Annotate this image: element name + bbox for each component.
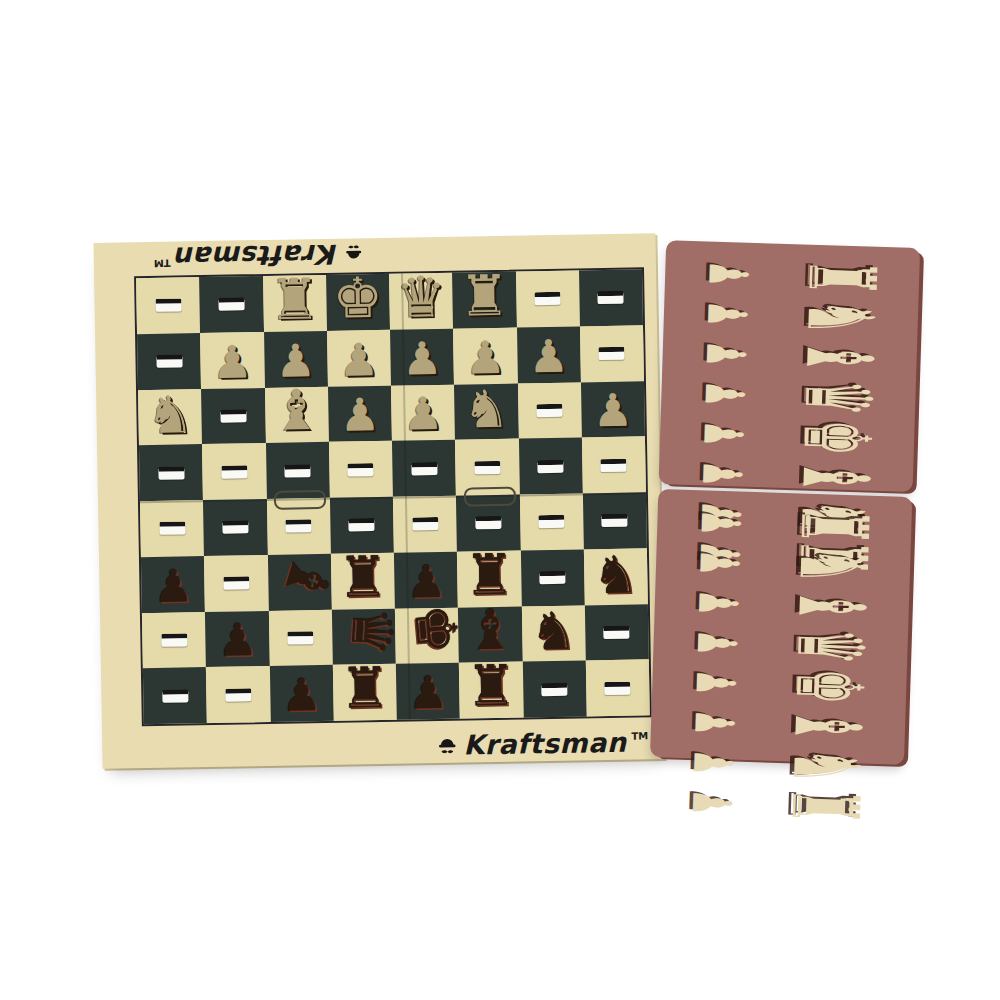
square-g4[interactable] (519, 493, 583, 550)
cutout-rook: ♜ (796, 258, 889, 297)
square-f7[interactable]: ♟ (453, 327, 517, 384)
cutout-pawn: ♟ (694, 460, 749, 489)
cutout-pawn: ♟ (691, 549, 746, 578)
square-g5[interactable] (518, 438, 582, 495)
dark-queen-fallen[interactable]: ♛ (343, 605, 402, 658)
piece-slot (285, 520, 311, 533)
cutout-pawn: ♟ (686, 709, 741, 738)
square-b7[interactable]: ♟ (200, 332, 264, 389)
tray-cell: ♜ (759, 784, 894, 828)
square-d5[interactable] (329, 441, 393, 498)
square-h4[interactable] (583, 492, 647, 549)
square-h2[interactable] (585, 604, 649, 661)
cutout-king: ♚ (791, 418, 884, 457)
chess-board: Kraftsman TM ♜♚♛♜♟♟♟♟♟♟♞♝♟♟♞♟♟♝♜♟♜♞♟♛♚♝♞… (93, 233, 664, 769)
piece-slot (475, 516, 501, 529)
dark-knight[interactable]: ♞ (592, 548, 640, 601)
tray-cell: ♟ (675, 373, 773, 416)
square-d6[interactable]: ♟ (328, 385, 392, 442)
piece-slot (222, 521, 248, 534)
piece-slot (162, 689, 188, 702)
tray-cell: ♟ (676, 333, 774, 376)
tray-cell: ♟ (663, 741, 761, 784)
square-a2[interactable] (142, 612, 206, 669)
square-a6[interactable]: ♞ (138, 389, 202, 446)
board-frame: ♜♚♛♜♟♟♟♟♟♟♞♝♟♟♞♟♟♝♜♟♜♞♟♛♚♝♞♟♜♟♜ (134, 267, 652, 726)
square-e3[interactable]: ♟ (394, 551, 458, 608)
tray-cell: ♟ (667, 621, 765, 664)
tray-cell: ♚ (770, 416, 905, 460)
piece-slot (537, 459, 563, 472)
square-g3[interactable] (520, 549, 584, 606)
square-e6[interactable]: ♟ (391, 384, 455, 441)
square-a8[interactable] (136, 277, 200, 334)
product-photo-scene: Kraftsman TM ♜♚♛♜♟♟♟♟♟♟♞♝♟♟♞♟♟♝♜♟♜♞♟♛♚♝♞… (0, 0, 1000, 1000)
cutout-knight: ♞ (795, 298, 888, 337)
square-f8[interactable]: ♜ (452, 272, 516, 329)
tray-cell: ♟ (672, 452, 770, 495)
tray-cell: ♜ (767, 504, 902, 548)
piece-slot (598, 291, 624, 304)
light-knight[interactable]: ♞ (463, 383, 511, 436)
square-c8[interactable]: ♜ (263, 275, 327, 332)
piece-slot (604, 626, 630, 639)
piece-slot (412, 517, 438, 530)
light-rook[interactable]: ♜ (459, 267, 510, 324)
piece-slot (541, 682, 567, 695)
dark-pawn[interactable]: ♟ (281, 672, 322, 718)
square-c6[interactable]: ♝ (265, 386, 329, 443)
piece-slot (158, 466, 184, 479)
piece-slot (159, 522, 185, 535)
cutout-pawn: ♟ (690, 589, 745, 618)
light-pawn[interactable]: ♟ (338, 336, 379, 382)
light-pawn[interactable]: ♟ (339, 392, 380, 438)
cutout-pawn: ♟ (692, 509, 747, 538)
piece-slot (155, 299, 181, 312)
square-a1[interactable] (143, 667, 207, 724)
dark-bishop[interactable]: ♝ (465, 602, 516, 659)
piece-slot (218, 298, 244, 311)
cutout-bishop: ♝ (790, 458, 883, 497)
piece-slot (156, 355, 182, 368)
piece-slot (221, 465, 247, 478)
bowler-hat-mustache-icon (343, 240, 363, 262)
square-g1[interactable] (522, 661, 586, 718)
square-h1[interactable] (586, 660, 650, 717)
piece-slot (601, 458, 627, 471)
tray-cell: ♞ (766, 544, 901, 588)
square-f6[interactable]: ♞ (454, 383, 518, 440)
piece-slot (348, 463, 374, 476)
square-h5[interactable] (582, 437, 646, 494)
square-d3[interactable]: ♜ (331, 552, 395, 609)
tray-cell: ♟ (668, 581, 766, 624)
cutout-pawn: ♟ (683, 789, 738, 818)
piece-slot (599, 347, 625, 360)
tray-cell: ♝ (761, 704, 896, 748)
tray-cell: ♝ (765, 584, 900, 628)
square-h8[interactable] (579, 269, 643, 326)
square-e4[interactable] (393, 496, 457, 553)
cutout-knight: ♞ (787, 547, 880, 586)
square-e1[interactable]: ♟ (396, 663, 460, 720)
square-c3[interactable]: ♝ (267, 554, 331, 611)
cutout-pawn: ♟ (687, 669, 742, 698)
piece-slot (284, 464, 310, 477)
light-rook[interactable]: ♜ (269, 271, 320, 328)
square-b3[interactable] (204, 555, 268, 612)
square-e2[interactable]: ♚ (395, 607, 459, 664)
cutout-bishop: ♝ (793, 338, 886, 377)
square-b6[interactable] (201, 387, 265, 444)
square-e5[interactable] (392, 440, 456, 497)
cutout-pawn: ♟ (700, 260, 755, 289)
cutout-bishop: ♝ (786, 587, 879, 626)
puzzle-clip-joint (274, 490, 326, 510)
dark-pawn[interactable]: ♟ (407, 670, 448, 716)
cutout-pawn: ♟ (696, 380, 751, 409)
kraftsman-logo-bottom: Kraftsman TM (436, 728, 648, 759)
piece-slot (287, 631, 313, 644)
dark-king-fallen[interactable]: ♚ (405, 602, 465, 657)
square-h3[interactable]: ♞ (584, 548, 648, 605)
piece-slot (535, 292, 561, 305)
square-h6[interactable]: ♟ (581, 381, 645, 438)
piece-slot (602, 514, 628, 527)
tray-cell: ♞ (760, 744, 895, 788)
puzzle-clip-joint (464, 487, 516, 507)
piece-slot (411, 462, 437, 475)
piece-slot (220, 409, 246, 422)
piece-slot (536, 404, 562, 417)
cutout-queen: ♛ (792, 378, 885, 417)
trademark-mark: TM (154, 258, 171, 268)
square-a4[interactable] (140, 500, 204, 557)
light-pawn[interactable]: ♟ (465, 334, 506, 380)
square-f1[interactable]: ♜ (459, 662, 523, 719)
tray-cell: ♛ (771, 376, 906, 420)
piece-slot (223, 576, 249, 589)
tray-cell: ♚ (762, 664, 897, 708)
square-e8[interactable]: ♛ (389, 273, 453, 330)
dark-rook[interactable]: ♜ (337, 548, 388, 605)
cutout-rook: ♜ (788, 507, 881, 546)
square-g7[interactable]: ♟ (516, 326, 580, 383)
square-d1[interactable]: ♜ (333, 664, 397, 721)
light-pawn[interactable]: ♟ (402, 335, 443, 381)
tray-cell: ♟ (677, 293, 775, 336)
cutout-pawn: ♟ (699, 300, 754, 329)
dark-pawn[interactable]: ♟ (153, 563, 194, 609)
light-pawn[interactable]: ♟ (212, 339, 253, 385)
square-a5[interactable] (139, 444, 203, 501)
dark-rook[interactable]: ♜ (464, 546, 515, 603)
cutout-rook: ♜ (779, 787, 872, 826)
tray-cell: ♛ (764, 624, 899, 668)
cutout-pawn: ♟ (695, 420, 750, 449)
square-b1[interactable] (206, 666, 270, 723)
square-b2[interactable]: ♟ (205, 610, 269, 667)
cutout-knight: ♞ (781, 747, 874, 786)
dark-rook[interactable]: ♜ (466, 658, 517, 715)
light-king[interactable]: ♚ (332, 270, 383, 327)
tray-cell: ♟ (679, 253, 777, 296)
cutout-pawn: ♟ (685, 749, 740, 778)
cutout-pawn: ♟ (698, 340, 753, 369)
dark-rook[interactable]: ♜ (339, 660, 390, 717)
piece-slot (605, 681, 631, 694)
square-c2[interactable] (268, 609, 332, 666)
square-b8[interactable] (199, 276, 263, 333)
cutout-queen: ♛ (784, 627, 877, 666)
cutout-king: ♚ (783, 667, 876, 706)
trademark-mark: TM (631, 731, 648, 741)
piece-slot (539, 571, 565, 584)
dark-pawn[interactable]: ♟ (217, 617, 258, 663)
square-a3[interactable]: ♟ (141, 556, 205, 613)
tray-cell: ♟ (665, 701, 763, 744)
tray-cell: ♝ (773, 336, 908, 380)
cutout-pawn: ♟ (689, 629, 744, 658)
piece-slot (161, 633, 187, 646)
bowler-hat-mustache-icon (436, 735, 458, 759)
dark-pawn[interactable]: ♟ (405, 558, 446, 604)
square-g8[interactable] (516, 270, 580, 327)
light-knight[interactable]: ♞ (146, 388, 194, 441)
punch-sheet-top: ♟♜♟♞♟♝♟♛♟♚♟♝♟♞♟♜ (659, 240, 921, 492)
punch-sheet-bottom: ♟♜♟♞♟♝♟♛♟♚♟♝♟♞♟♜ (650, 489, 912, 765)
square-d8[interactable]: ♚ (326, 274, 390, 331)
tray-cell: ♞ (774, 296, 909, 340)
piece-slot (349, 518, 375, 531)
tray-cell: ♟ (662, 781, 760, 824)
piece-slot (474, 461, 500, 474)
tray-cell: ♜ (775, 256, 910, 300)
dark-knight[interactable]: ♞ (530, 605, 578, 658)
piece-slot (538, 515, 564, 528)
light-bishop[interactable]: ♝ (271, 382, 322, 439)
tray-cell: ♟ (666, 661, 764, 704)
light-pawn[interactable]: ♟ (592, 388, 633, 434)
square-h7[interactable] (580, 325, 644, 382)
square-b4[interactable] (203, 499, 267, 556)
tray-cell: ♟ (674, 412, 772, 455)
square-b5[interactable] (202, 443, 266, 500)
cutout-bishop: ♝ (782, 707, 875, 746)
punch-sheet-stack: ♟♜♟♞♟♝♟♛♟♚♟♝♟♞♟♜ ♟♜♟♞♟♝♟♛♟♚♟♝♟♞♟♜ (650, 240, 920, 770)
square-d7[interactable]: ♟ (327, 330, 391, 387)
square-g6[interactable] (517, 382, 581, 439)
piece-slot (225, 688, 251, 701)
square-g2[interactable]: ♞ (521, 605, 585, 662)
square-c1[interactable]: ♟ (269, 665, 333, 722)
tray-cell: ♝ (769, 456, 904, 500)
light-pawn[interactable]: ♟ (528, 333, 569, 379)
brand-name: Kraftsman (463, 729, 627, 759)
square-e7[interactable]: ♟ (390, 328, 454, 385)
light-pawn[interactable]: ♟ (403, 391, 444, 437)
square-a7[interactable] (137, 333, 201, 390)
